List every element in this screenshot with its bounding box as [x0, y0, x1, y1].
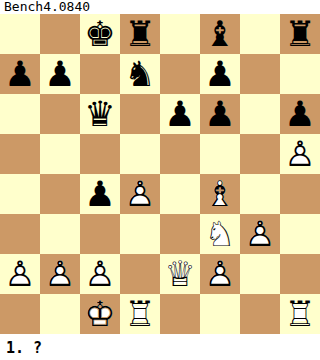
square-a7[interactable]: ♟: [0, 54, 40, 94]
square-g3[interactable]: ♟♙: [240, 214, 280, 254]
square-d7[interactable]: ♞: [120, 54, 160, 94]
square-f1[interactable]: [200, 294, 240, 334]
square-d1[interactable]: ♜♖: [120, 294, 160, 334]
square-c1[interactable]: ♚♔: [80, 294, 120, 334]
square-g2[interactable]: [240, 254, 280, 294]
square-f3[interactable]: ♞♘: [200, 214, 240, 254]
black-bishop[interactable]: ♝: [200, 14, 240, 54]
square-e5[interactable]: [160, 134, 200, 174]
white-knight-outline: ♘: [200, 214, 240, 254]
white-bishop-outline: ♗: [200, 174, 240, 214]
square-g4[interactable]: [240, 174, 280, 214]
square-d8[interactable]: ♜: [120, 14, 160, 54]
square-b5[interactable]: [40, 134, 80, 174]
square-a2[interactable]: ♟♙: [0, 254, 40, 294]
square-f6[interactable]: ♟: [200, 94, 240, 134]
square-d3[interactable]: [120, 214, 160, 254]
square-f4[interactable]: ♝♗: [200, 174, 240, 214]
square-d2[interactable]: [120, 254, 160, 294]
square-a6[interactable]: [0, 94, 40, 134]
square-b1[interactable]: [40, 294, 80, 334]
black-king[interactable]: ♚: [80, 14, 120, 54]
square-b2[interactable]: ♟♙: [40, 254, 80, 294]
square-c7[interactable]: [80, 54, 120, 94]
square-f5[interactable]: [200, 134, 240, 174]
square-a1[interactable]: [0, 294, 40, 334]
square-b8[interactable]: [40, 14, 80, 54]
white-pawn-outline: ♙: [80, 254, 120, 294]
square-h2[interactable]: [280, 254, 320, 294]
square-b4[interactable]: [40, 174, 80, 214]
square-h8[interactable]: ♜: [280, 14, 320, 54]
square-c2[interactable]: ♟♙: [80, 254, 120, 294]
square-e8[interactable]: [160, 14, 200, 54]
black-rook[interactable]: ♜: [280, 14, 320, 54]
square-e1[interactable]: [160, 294, 200, 334]
square-a8[interactable]: [0, 14, 40, 54]
square-b6[interactable]: [40, 94, 80, 134]
square-h7[interactable]: [280, 54, 320, 94]
square-b3[interactable]: [40, 214, 80, 254]
chess-board[interactable]: ♚♜♝♜♟♟♞♟♛♟♟♟♟♙♟♟♙♝♗♞♘♟♙♟♙♟♙♟♙♛♕♟♙♚♔♜♖♜♖: [0, 14, 320, 334]
square-c6[interactable]: ♛: [80, 94, 120, 134]
square-f2[interactable]: ♟♙: [200, 254, 240, 294]
square-c3[interactable]: [80, 214, 120, 254]
square-e4[interactable]: [160, 174, 200, 214]
black-knight[interactable]: ♞: [120, 54, 160, 94]
black-pawn[interactable]: ♟: [0, 54, 40, 94]
square-g8[interactable]: [240, 14, 280, 54]
black-pawn[interactable]: ♟: [40, 54, 80, 94]
square-h4[interactable]: [280, 174, 320, 214]
white-rook-outline: ♖: [120, 294, 160, 334]
white-queen-outline: ♕: [160, 254, 200, 294]
black-pawn[interactable]: ♟: [80, 174, 120, 214]
square-a4[interactable]: [0, 174, 40, 214]
square-g5[interactable]: [240, 134, 280, 174]
white-pawn-outline: ♙: [0, 254, 40, 294]
move-prompt: 1. ?: [0, 334, 320, 360]
square-h3[interactable]: [280, 214, 320, 254]
black-rook[interactable]: ♜: [120, 14, 160, 54]
square-h1[interactable]: ♜♖: [280, 294, 320, 334]
square-g7[interactable]: [240, 54, 280, 94]
white-pawn-outline: ♙: [240, 214, 280, 254]
square-e6[interactable]: ♟: [160, 94, 200, 134]
black-pawn[interactable]: ♟: [160, 94, 200, 134]
white-pawn-outline: ♙: [200, 254, 240, 294]
square-f7[interactable]: ♟: [200, 54, 240, 94]
square-g1[interactable]: [240, 294, 280, 334]
white-king-outline: ♔: [80, 294, 120, 334]
black-pawn[interactable]: ♟: [280, 94, 320, 134]
square-e2[interactable]: ♛♕: [160, 254, 200, 294]
square-a3[interactable]: [0, 214, 40, 254]
white-rook-outline: ♖: [280, 294, 320, 334]
diagram-title: Bench4.0840: [0, 0, 320, 14]
square-b7[interactable]: ♟: [40, 54, 80, 94]
square-c5[interactable]: [80, 134, 120, 174]
square-d4[interactable]: ♟♙: [120, 174, 160, 214]
square-d6[interactable]: [120, 94, 160, 134]
black-pawn[interactable]: ♟: [200, 94, 240, 134]
square-h5[interactable]: ♟♙: [280, 134, 320, 174]
square-d5[interactable]: [120, 134, 160, 174]
square-f8[interactable]: ♝: [200, 14, 240, 54]
white-pawn-outline: ♙: [120, 174, 160, 214]
black-pawn[interactable]: ♟: [200, 54, 240, 94]
square-c4[interactable]: ♟: [80, 174, 120, 214]
square-h6[interactable]: ♟: [280, 94, 320, 134]
white-pawn-outline: ♙: [280, 134, 320, 174]
black-queen[interactable]: ♛: [80, 94, 120, 134]
square-a5[interactable]: [0, 134, 40, 174]
square-g6[interactable]: [240, 94, 280, 134]
white-pawn-outline: ♙: [40, 254, 80, 294]
square-c8[interactable]: ♚: [80, 14, 120, 54]
square-e3[interactable]: [160, 214, 200, 254]
square-e7[interactable]: [160, 54, 200, 94]
